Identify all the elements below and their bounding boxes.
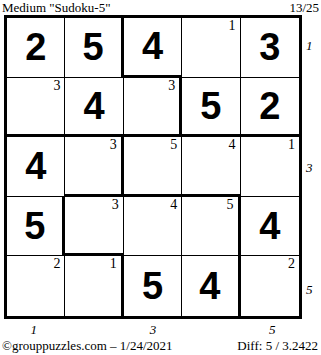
cell-r1c3[interactable]: 4	[124, 18, 182, 78]
given-digit: 4	[25, 147, 46, 185]
row-labels: 135	[306, 15, 321, 319]
cell-r2c3[interactable]: 3	[124, 78, 182, 138]
cell-r5c4[interactable]: 4	[182, 256, 240, 316]
page-title: Medium "Sudoku-5"	[2, 0, 110, 15]
row-label-1: 1	[306, 39, 313, 52]
row-label-5: 5	[306, 282, 313, 295]
cell-r2c4[interactable]: 5	[182, 78, 240, 138]
given-digit: 5	[24, 207, 45, 245]
pencil-mark: 1	[110, 257, 117, 271]
difficulty-text: Diff: 5 / 3.2422	[237, 338, 318, 353]
cell-r1c5[interactable]: 3	[241, 18, 299, 78]
cell-r3c1[interactable]: 4	[7, 137, 65, 197]
given-digit: 2	[259, 87, 280, 125]
pencil-mark: 3	[110, 138, 117, 152]
col-label-5: 5	[269, 323, 276, 336]
col-labels: 135	[4, 319, 302, 337]
cell-r3c4[interactable]: 4	[182, 137, 240, 197]
pencil-mark: 3	[168, 79, 175, 93]
cell-r5c5[interactable]: 2	[241, 256, 299, 316]
footer: ©grouppuzzles.com – 1/24/2021 Diff: 5 / …	[2, 338, 318, 353]
puzzle-page: Medium "Sudoku-5" 13/25 2541334352435415…	[0, 0, 321, 355]
pencil-mark: 1	[229, 19, 236, 33]
given-digit: 3	[259, 28, 280, 66]
cell-r4c5[interactable]: 4	[241, 197, 299, 257]
pencil-mark: 3	[53, 79, 60, 93]
cell-r5c3[interactable]: 5	[124, 256, 182, 316]
cell-r3c5[interactable]: 1	[241, 137, 299, 197]
cell-r2c5[interactable]: 2	[241, 78, 299, 138]
given-digit: 5	[83, 28, 104, 66]
col-label-3: 3	[150, 323, 157, 336]
pencil-mark: 3	[112, 198, 119, 212]
cell-r2c2[interactable]: 4	[65, 78, 123, 138]
given-digit: 4	[84, 87, 105, 125]
given-digit: 2	[25, 28, 46, 66]
sudoku-board: 2541334352435415345421542	[4, 15, 302, 319]
cell-r5c2[interactable]: 1	[65, 256, 123, 316]
cell-r5c1[interactable]: 2	[7, 256, 65, 316]
cell-r4c2[interactable]: 3	[65, 197, 123, 257]
cell-r2c1[interactable]: 3	[7, 78, 65, 138]
cell-r1c1[interactable]: 2	[7, 18, 65, 78]
cell-r4c4[interactable]: 5	[182, 197, 240, 257]
header: Medium "Sudoku-5" 13/25	[2, 0, 319, 15]
pencil-mark: 2	[288, 257, 295, 271]
cell-r4c3[interactable]: 4	[124, 197, 182, 257]
progress-counter: 13/25	[289, 0, 319, 15]
given-digit: 4	[199, 267, 220, 305]
pencil-mark: 5	[227, 198, 234, 212]
copyright-text: ©grouppuzzles.com – 1/24/2021	[2, 338, 173, 353]
pencil-mark: 4	[170, 198, 177, 212]
col-label-1: 1	[31, 323, 38, 336]
given-digit: 5	[142, 267, 163, 305]
row-label-3: 3	[306, 161, 313, 174]
pencil-mark: 1	[288, 138, 295, 152]
cell-r3c2[interactable]: 3	[65, 137, 123, 197]
given-digit: 5	[200, 87, 221, 125]
pencil-mark: 5	[170, 138, 177, 152]
cell-r1c2[interactable]: 5	[65, 18, 123, 78]
pencil-mark: 4	[229, 138, 236, 152]
cell-r1c4[interactable]: 1	[182, 18, 240, 78]
given-digit: 4	[142, 27, 163, 65]
cell-r4c1[interactable]: 5	[7, 197, 65, 257]
cell-r3c3[interactable]: 5	[124, 137, 182, 197]
given-digit: 4	[259, 207, 280, 245]
pencil-mark: 2	[53, 257, 60, 271]
